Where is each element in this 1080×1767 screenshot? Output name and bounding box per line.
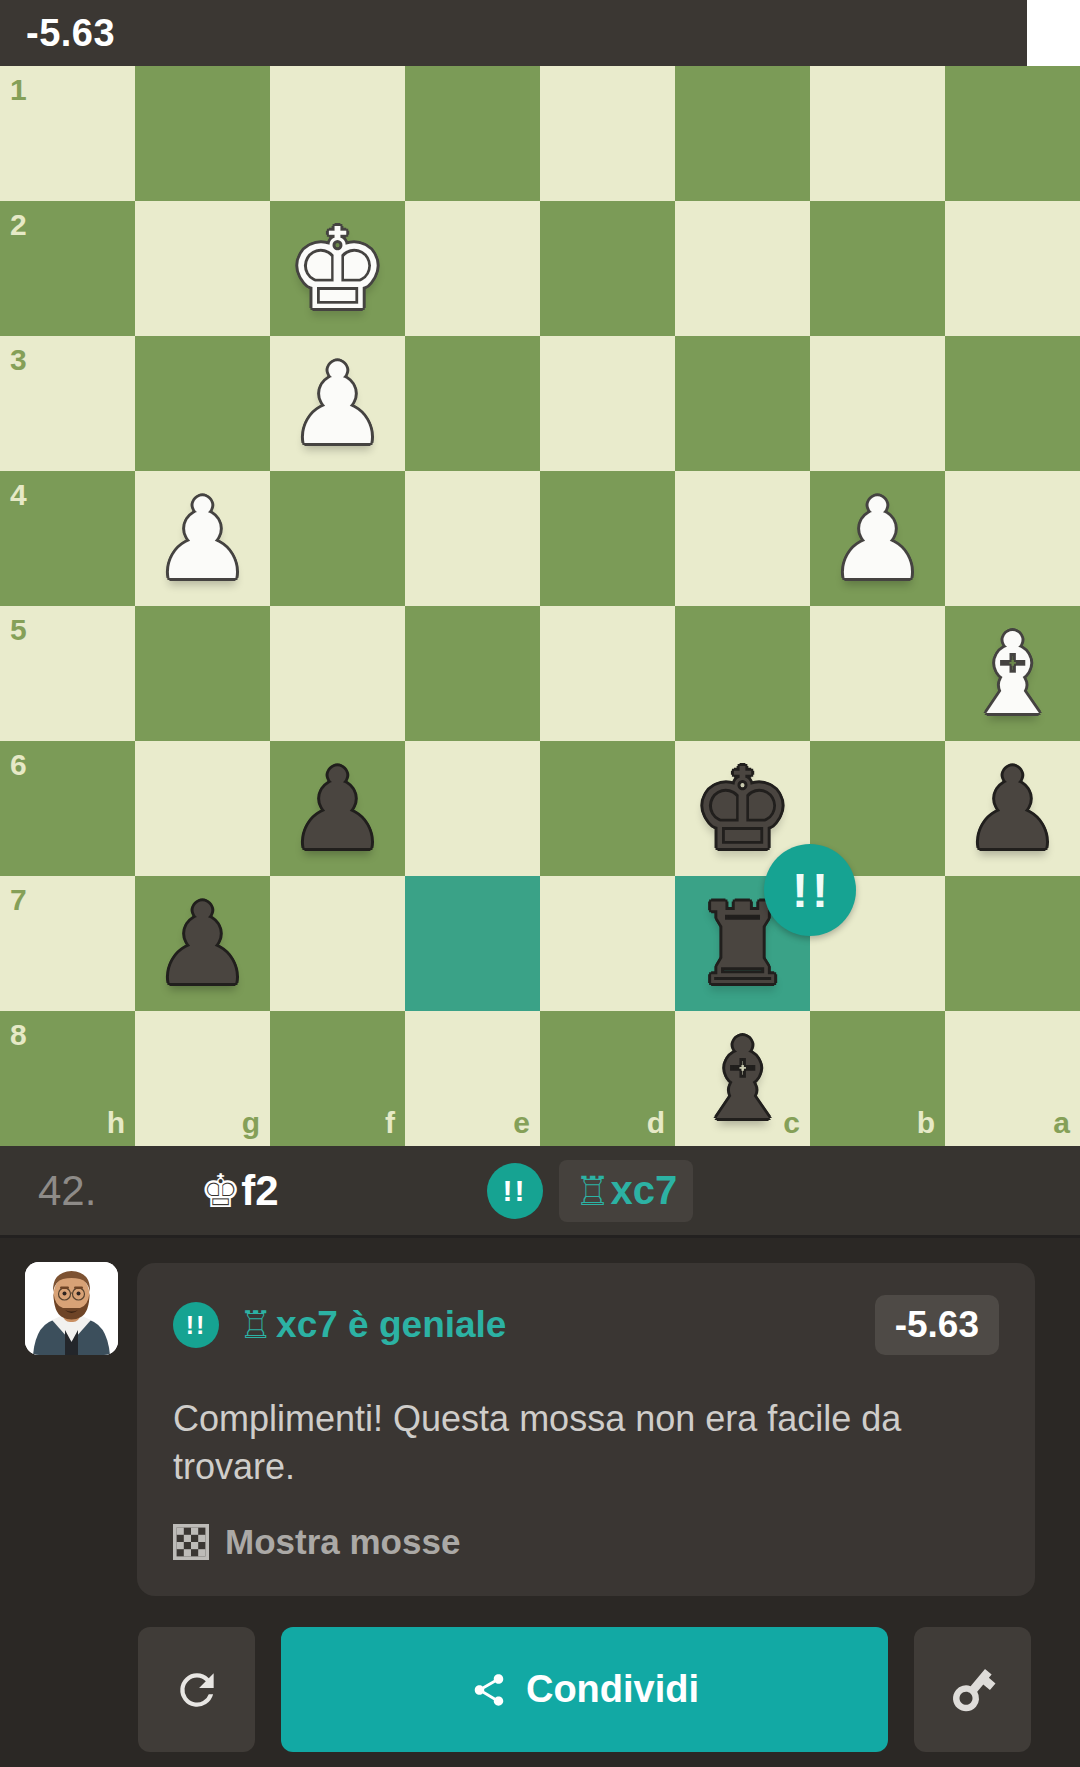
square-h7[interactable]: 7 [0,876,135,1011]
square-f4[interactable] [270,471,405,606]
square-d6[interactable] [540,741,675,876]
white-move[interactable]: ♚ f2 [200,1167,279,1215]
black-king-c6[interactable]: ♚ [692,753,792,865]
evaluation-score: -5.63 [26,12,115,55]
chess-board[interactable]: 12♚3♟4♟♟5♝6♟♚♟7♟♜8hgfedc♝ba!! [0,66,1080,1146]
square-h1[interactable]: 1 [0,66,135,201]
square-c8[interactable]: c♝ [675,1011,810,1146]
square-g7[interactable]: ♟ [135,876,270,1011]
rook-figurine-icon: ♖ [239,1306,273,1344]
square-d7[interactable] [540,876,675,1011]
square-d3[interactable] [540,336,675,471]
square-b8[interactable]: b [810,1011,945,1146]
square-f5[interactable] [270,606,405,741]
square-f7[interactable] [270,876,405,1011]
square-g8[interactable]: g [135,1011,270,1146]
white-king-figurine-icon: ♚ [200,1168,241,1214]
square-a2[interactable] [945,201,1080,336]
square-a7[interactable] [945,876,1080,1011]
show-moves-button[interactable]: Mostra mosse [173,1522,999,1562]
rank-label-6: 6 [10,750,27,780]
rank-label-5: 5 [10,615,27,645]
square-g5[interactable] [135,606,270,741]
square-f3[interactable]: ♟ [270,336,405,471]
evaluation-bar: -5.63 [0,0,1080,66]
rank-label-3: 3 [10,345,27,375]
black-pawn-f6[interactable]: ♟ [287,753,387,865]
file-label-f: f [385,1108,395,1138]
square-d5[interactable] [540,606,675,741]
square-d4[interactable] [540,471,675,606]
white-move-san: f2 [241,1167,278,1215]
file-label-c: c [783,1108,800,1138]
black-move-san: xc7 [610,1168,677,1213]
square-d1[interactable] [540,66,675,201]
square-e3[interactable] [405,336,540,471]
move-list-row: 42. ♚ f2 !! ♖ xc7 [0,1146,1080,1238]
square-h5[interactable]: 5 [0,606,135,741]
square-a6[interactable]: ♟ [945,741,1080,876]
square-g2[interactable] [135,201,270,336]
square-a8[interactable]: a [945,1011,1080,1146]
white-pawn-f3[interactable]: ♟ [287,348,387,460]
square-d8[interactable]: d [540,1011,675,1146]
square-a1[interactable] [945,66,1080,201]
rank-label-8: 8 [10,1020,27,1050]
square-f6[interactable]: ♟ [270,741,405,876]
file-label-a: a [1053,1108,1070,1138]
key-moment-button[interactable] [914,1627,1031,1752]
square-c5[interactable] [675,606,810,741]
white-pawn-g4[interactable]: ♟ [152,483,252,595]
black-move[interactable]: ♖ xc7 [559,1160,694,1222]
square-e7[interactable] [405,876,540,1011]
file-label-b: b [917,1108,935,1138]
white-bishop-a5[interactable]: ♝ [962,618,1062,730]
square-h2[interactable]: 2 [0,201,135,336]
square-f2[interactable]: ♚ [270,201,405,336]
coach-comment-panel: !! ♖ xc7 è geniale -5.63 Complimenti! Qu… [137,1263,1035,1596]
file-label-h: h [107,1108,125,1138]
square-c2[interactable] [675,201,810,336]
mini-board-icon [173,1524,209,1560]
square-b5[interactable] [810,606,945,741]
square-h6[interactable]: 6 [0,741,135,876]
comment-title: xc7 è geniale [276,1304,506,1346]
file-label-d: d [647,1108,665,1138]
comment-body: Complimenti! Questa mossa non era facile… [173,1395,993,1490]
coach-avatar [25,1262,118,1355]
retry-icon [172,1665,222,1715]
brilliant-annotation-icon: !! [487,1163,543,1219]
evaluation-badge: -5.63 [875,1295,999,1355]
rank-label-4: 4 [10,480,27,510]
square-b1[interactable] [810,66,945,201]
brilliant-move-badge: !! [764,844,856,936]
square-g3[interactable] [135,336,270,471]
square-e6[interactable] [405,741,540,876]
square-c3[interactable] [675,336,810,471]
share-button[interactable]: Condividi [281,1627,888,1752]
square-d2[interactable] [540,201,675,336]
square-e2[interactable] [405,201,540,336]
square-a5[interactable]: ♝ [945,606,1080,741]
white-pawn-b4[interactable]: ♟ [827,483,927,595]
square-b2[interactable] [810,201,945,336]
brilliant-badge-icon: !! [173,1302,219,1348]
white-king-f2[interactable]: ♚ [287,213,387,325]
square-a4[interactable] [945,471,1080,606]
square-g1[interactable] [135,66,270,201]
black-pawn-a6[interactable]: ♟ [962,753,1062,865]
rank-label-2: 2 [10,210,27,240]
rank-label-1: 1 [10,75,27,105]
square-h8[interactable]: 8h [0,1011,135,1146]
square-a3[interactable] [945,336,1080,471]
square-f1[interactable] [270,66,405,201]
show-moves-label: Mostra mosse [225,1522,460,1562]
square-c4[interactable] [675,471,810,606]
move-number: 42. [38,1167,156,1215]
rook-figurine-icon: ♖ [575,1171,611,1211]
eval-bar-white [1027,0,1080,66]
square-f8[interactable]: f [270,1011,405,1146]
square-h3[interactable]: 3 [0,336,135,471]
rank-label-7: 7 [10,885,27,915]
key-icon [936,1653,1009,1726]
square-e5[interactable] [405,606,540,741]
file-label-e: e [513,1108,530,1138]
comment-header: !! ♖ xc7 è geniale -5.63 [173,1295,999,1355]
square-e8[interactable]: e [405,1011,540,1146]
square-g6[interactable] [135,741,270,876]
share-label: Condividi [526,1668,699,1711]
square-h4[interactable]: 4 [0,471,135,606]
file-label-g: g [242,1108,260,1138]
square-e4[interactable] [405,471,540,606]
share-icon [470,1671,508,1709]
retry-button[interactable] [138,1627,255,1752]
square-e1[interactable] [405,66,540,201]
square-b3[interactable] [810,336,945,471]
square-c1[interactable] [675,66,810,201]
square-g4[interactable]: ♟ [135,471,270,606]
avatar-illustration [25,1262,118,1355]
black-pawn-g7[interactable]: ♟ [152,888,252,1000]
square-b4[interactable]: ♟ [810,471,945,606]
footer-actions: Condividi [138,1627,1031,1752]
black-bishop-c8[interactable]: ♝ [692,1023,792,1135]
